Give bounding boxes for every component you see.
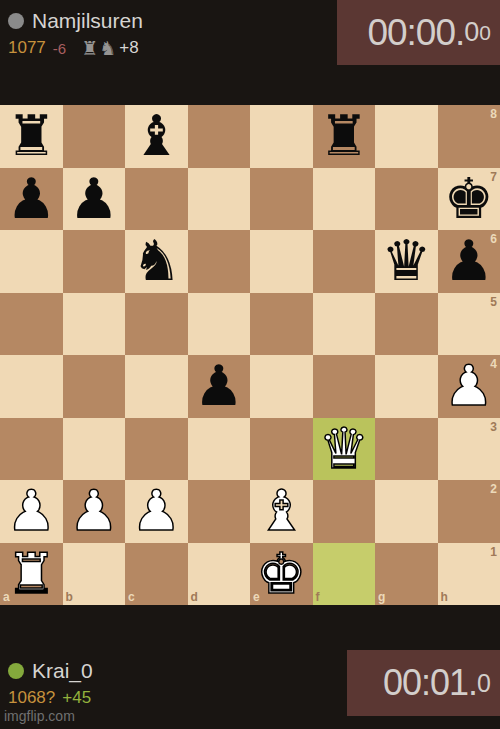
square-e5[interactable]: [250, 293, 313, 356]
square-a7[interactable]: ♟: [0, 168, 63, 231]
piece-black-knight[interactable]: ♞: [125, 230, 188, 293]
square-f8[interactable]: ♜: [313, 105, 376, 168]
piece-black-rook[interactable]: ♜: [313, 105, 376, 168]
rank-label-5: 5: [490, 295, 497, 309]
square-a8[interactable]: ♜: [0, 105, 63, 168]
square-g5[interactable]: [375, 293, 438, 356]
square-b1[interactable]: b: [63, 543, 126, 606]
square-g1[interactable]: g: [375, 543, 438, 606]
square-d8[interactable]: [188, 105, 251, 168]
square-b5[interactable]: [63, 293, 126, 356]
square-c4[interactable]: [125, 355, 188, 418]
top-player-rating-row: 1077 -6 ♜ ♞ +8: [8, 38, 139, 58]
square-e3[interactable]: [250, 418, 313, 481]
square-e1[interactable]: e♚: [250, 543, 313, 606]
square-d1[interactable]: d: [188, 543, 251, 606]
square-f7[interactable]: [313, 168, 376, 231]
square-e2[interactable]: ♝: [250, 480, 313, 543]
square-a6[interactable]: [0, 230, 63, 293]
rank-label-1: 1: [490, 545, 497, 559]
bottom-player-status-dot: [8, 663, 24, 679]
square-b4[interactable]: [63, 355, 126, 418]
bottom-clock-tenths: 0: [477, 669, 491, 698]
piece-white-queen[interactable]: ♛: [313, 418, 376, 481]
piece-black-rook[interactable]: ♜: [0, 105, 63, 168]
square-h7[interactable]: 7♚: [438, 168, 500, 231]
piece-black-pawn[interactable]: ♟: [0, 168, 63, 231]
square-c6[interactable]: ♞: [125, 230, 188, 293]
square-c7[interactable]: [125, 168, 188, 231]
bottom-player-rating-change: +45: [62, 688, 91, 708]
square-f2[interactable]: [313, 480, 376, 543]
square-a5[interactable]: [0, 293, 63, 356]
square-d7[interactable]: [188, 168, 251, 231]
bottom-player-rating-row: 1068? +45: [8, 688, 91, 708]
square-f6[interactable]: [313, 230, 376, 293]
imgflip-watermark: imgflip.com: [4, 708, 75, 724]
square-c3[interactable]: [125, 418, 188, 481]
file-label-h: h: [441, 590, 448, 604]
captured-rook-icon: ♜: [81, 39, 98, 58]
top-player-status-dot: [8, 13, 24, 29]
bottom-player-name[interactable]: Krai_0: [32, 659, 93, 683]
square-a4[interactable]: [0, 355, 63, 418]
square-d4[interactable]: ♟: [188, 355, 251, 418]
square-g6[interactable]: ♛: [375, 230, 438, 293]
square-c8[interactable]: ♝: [125, 105, 188, 168]
top-player-name[interactable]: Namjilsuren: [32, 9, 143, 33]
piece-black-pawn[interactable]: ♟: [188, 355, 251, 418]
piece-white-king[interactable]: ♚: [250, 543, 313, 606]
piece-black-queen[interactable]: ♛: [375, 230, 438, 293]
file-label-d: d: [191, 590, 198, 604]
piece-white-bishop[interactable]: ♝: [250, 480, 313, 543]
top-player-captured-pieces: ♜ ♞: [81, 39, 116, 58]
top-clock-tenths: 0: [464, 17, 479, 48]
square-e8[interactable]: [250, 105, 313, 168]
piece-black-king[interactable]: ♚: [438, 168, 500, 231]
rank-label-2: 2: [490, 482, 497, 496]
top-clock-hundredths: 0: [479, 21, 491, 45]
square-d2[interactable]: [188, 480, 251, 543]
square-f3[interactable]: ♛: [313, 418, 376, 481]
square-h4[interactable]: 4♟: [438, 355, 500, 418]
square-b2[interactable]: ♟: [63, 480, 126, 543]
top-player-material-advantage: +8: [119, 38, 138, 58]
piece-black-bishop[interactable]: ♝: [125, 105, 188, 168]
square-f4[interactable]: [313, 355, 376, 418]
square-h2[interactable]: 2: [438, 480, 500, 543]
bottom-player-bar: Krai_0: [8, 659, 93, 683]
square-g4[interactable]: [375, 355, 438, 418]
rank-label-3: 3: [490, 420, 497, 434]
top-player-clock: 00:00.00: [337, 0, 500, 65]
captured-knight-icon: ♞: [99, 39, 116, 58]
square-c2[interactable]: ♟: [125, 480, 188, 543]
square-b7[interactable]: ♟: [63, 168, 126, 231]
file-label-g: g: [378, 590, 385, 604]
square-a1[interactable]: a♜: [0, 543, 63, 606]
piece-white-pawn[interactable]: ♟: [63, 480, 126, 543]
rank-label-8: 8: [490, 107, 497, 121]
top-clock-main: 00:00.: [367, 12, 464, 54]
square-c5[interactable]: [125, 293, 188, 356]
square-e4[interactable]: [250, 355, 313, 418]
chess-board: ♜♝♜8♟♟7♚♞♛6♟5♟4♟♛3♟♟♟♝2a♜bcde♚fg1h: [0, 105, 500, 605]
square-d3[interactable]: [188, 418, 251, 481]
square-h8[interactable]: 8: [438, 105, 500, 168]
piece-white-pawn[interactable]: ♟: [125, 480, 188, 543]
square-b3[interactable]: [63, 418, 126, 481]
square-c1[interactable]: c: [125, 543, 188, 606]
square-a2[interactable]: ♟: [0, 480, 63, 543]
square-h1[interactable]: 1h: [438, 543, 500, 606]
chess-app: Namjilsuren 1077 -6 ♜ ♞ +8 00:00.00 ♜♝♜8…: [0, 0, 500, 729]
square-f1[interactable]: f: [313, 543, 376, 606]
top-player-bar: Namjilsuren: [8, 9, 143, 33]
bottom-clock-main: 00:01.: [383, 662, 477, 704]
square-a3[interactable]: [0, 418, 63, 481]
piece-white-pawn[interactable]: ♟: [0, 480, 63, 543]
piece-black-pawn[interactable]: ♟: [63, 168, 126, 231]
square-g7[interactable]: [375, 168, 438, 231]
square-g3[interactable]: [375, 418, 438, 481]
square-g2[interactable]: [375, 480, 438, 543]
square-d6[interactable]: [188, 230, 251, 293]
square-f5[interactable]: [313, 293, 376, 356]
bottom-player-rating: 1068?: [8, 688, 55, 708]
piece-white-rook[interactable]: ♜: [0, 543, 63, 606]
square-h5[interactable]: 5: [438, 293, 500, 356]
square-e7[interactable]: [250, 168, 313, 231]
file-label-b: b: [66, 590, 73, 604]
piece-white-pawn[interactable]: ♟: [438, 355, 500, 418]
square-b6[interactable]: [63, 230, 126, 293]
piece-black-pawn[interactable]: ♟: [438, 230, 500, 293]
bottom-player-clock: 00:01.0: [347, 650, 500, 716]
file-label-c: c: [128, 590, 135, 604]
top-player-rating: 1077: [8, 38, 46, 58]
square-h3[interactable]: 3: [438, 418, 500, 481]
square-b8[interactable]: [63, 105, 126, 168]
square-g8[interactable]: [375, 105, 438, 168]
top-player-rating-change: -6: [53, 40, 66, 57]
square-e6[interactable]: [250, 230, 313, 293]
square-h6[interactable]: 6♟: [438, 230, 500, 293]
file-label-f: f: [316, 590, 320, 604]
square-d5[interactable]: [188, 293, 251, 356]
